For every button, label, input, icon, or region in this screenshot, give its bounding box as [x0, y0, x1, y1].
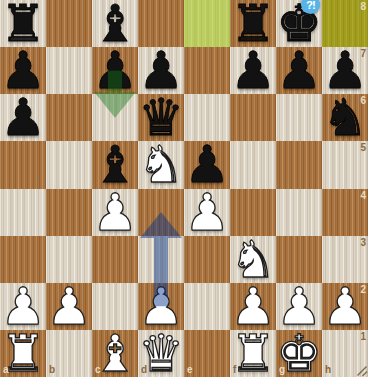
- coord-rank-4: 4: [360, 191, 366, 201]
- square-a5[interactable]: [0, 141, 46, 188]
- square-h7[interactable]: ♟7: [322, 47, 368, 94]
- square-f7[interactable]: ♟: [230, 47, 276, 94]
- square-c2[interactable]: [92, 283, 138, 330]
- square-g6[interactable]: [276, 94, 322, 141]
- square-g3[interactable]: [276, 236, 322, 283]
- piece-white-pawn[interactable]: ♟: [276, 283, 322, 330]
- square-h8[interactable]: 8: [322, 0, 368, 47]
- square-b2[interactable]: ♟: [46, 283, 92, 330]
- square-g7[interactable]: ♟: [276, 47, 322, 94]
- square-d3[interactable]: [138, 236, 184, 283]
- piece-black-knight[interactable]: ♞: [322, 94, 368, 141]
- square-f3[interactable]: ♞: [230, 236, 276, 283]
- square-g2[interactable]: ♟: [276, 283, 322, 330]
- piece-white-rook[interactable]: ♜: [0, 330, 46, 377]
- piece-black-pawn[interactable]: ♟: [184, 141, 230, 188]
- square-f8[interactable]: ♜: [230, 0, 276, 47]
- square-c7[interactable]: ♟: [92, 47, 138, 94]
- piece-black-pawn[interactable]: ♟: [322, 47, 368, 94]
- lastmove-highlight-e8: [184, 0, 230, 47]
- square-e5[interactable]: ♟: [184, 141, 230, 188]
- piece-white-knight[interactable]: ♞: [230, 236, 276, 283]
- square-a2[interactable]: ♟: [0, 283, 46, 330]
- piece-black-pawn[interactable]: ♟: [0, 47, 46, 94]
- square-d4[interactable]: [138, 189, 184, 236]
- square-b6[interactable]: [46, 94, 92, 141]
- square-d5[interactable]: ♞: [138, 141, 184, 188]
- coord-file-e: e: [187, 365, 193, 375]
- square-a7[interactable]: ♟: [0, 47, 46, 94]
- square-b1[interactable]: b: [46, 330, 92, 377]
- piece-black-pawn[interactable]: ♟: [276, 47, 322, 94]
- piece-white-rook[interactable]: ♜: [230, 330, 276, 377]
- square-c3[interactable]: [92, 236, 138, 283]
- square-d1[interactable]: ♛d: [138, 330, 184, 377]
- square-a6[interactable]: ♟: [0, 94, 46, 141]
- coord-file-b: b: [49, 365, 55, 375]
- square-d6[interactable]: ♛: [138, 94, 184, 141]
- square-h5[interactable]: 5: [322, 141, 368, 188]
- square-c5[interactable]: ♝: [92, 141, 138, 188]
- square-b3[interactable]: [46, 236, 92, 283]
- chess-board: ♜♝♜♚8♟♟♟♟♟♟7♟♛♞6♝♞♟5♟♟4♞3♟♟♟♟♟♟2♜ab♝c♛de…: [0, 0, 368, 377]
- piece-black-pawn[interactable]: ♟: [92, 47, 138, 94]
- square-f2[interactable]: ♟: [230, 283, 276, 330]
- piece-white-pawn[interactable]: ♟: [0, 283, 46, 330]
- square-d7[interactable]: ♟: [138, 47, 184, 94]
- piece-white-pawn[interactable]: ♟: [322, 283, 368, 330]
- lastmove-highlight-h8: [322, 0, 368, 47]
- square-c4[interactable]: ♟: [92, 189, 138, 236]
- square-c8[interactable]: ♝: [92, 0, 138, 47]
- square-e8[interactable]: [184, 0, 230, 47]
- piece-white-pawn[interactable]: ♟: [138, 283, 184, 330]
- piece-white-knight[interactable]: ♞: [138, 141, 184, 188]
- square-e1[interactable]: e: [184, 330, 230, 377]
- piece-white-queen[interactable]: ♛: [138, 330, 184, 377]
- piece-black-rook[interactable]: ♜: [230, 0, 276, 47]
- square-h3[interactable]: 3: [322, 236, 368, 283]
- square-c6[interactable]: [92, 94, 138, 141]
- square-a4[interactable]: [0, 189, 46, 236]
- square-h6[interactable]: ♞6: [322, 94, 368, 141]
- piece-white-pawn[interactable]: ♟: [46, 283, 92, 330]
- square-c1[interactable]: ♝c: [92, 330, 138, 377]
- coord-rank-3: 3: [360, 238, 366, 248]
- square-e3[interactable]: [184, 236, 230, 283]
- piece-black-pawn[interactable]: ♟: [230, 47, 276, 94]
- piece-white-bishop[interactable]: ♝: [92, 330, 138, 377]
- square-f4[interactable]: [230, 189, 276, 236]
- square-b8[interactable]: [46, 0, 92, 47]
- square-a8[interactable]: ♜: [0, 0, 46, 47]
- square-b5[interactable]: [46, 141, 92, 188]
- square-g1[interactable]: ♚g: [276, 330, 322, 377]
- square-e2[interactable]: [184, 283, 230, 330]
- square-f5[interactable]: [230, 141, 276, 188]
- square-g5[interactable]: [276, 141, 322, 188]
- square-d8[interactable]: [138, 0, 184, 47]
- square-a1[interactable]: ♜a: [0, 330, 46, 377]
- square-e4[interactable]: ♟: [184, 189, 230, 236]
- square-h4[interactable]: 4: [322, 189, 368, 236]
- square-e7[interactable]: [184, 47, 230, 94]
- piece-black-bishop[interactable]: ♝: [92, 0, 138, 47]
- piece-white-king[interactable]: ♚: [276, 330, 322, 377]
- piece-white-pawn[interactable]: ♟: [92, 189, 138, 236]
- coord-file-h: h: [325, 365, 331, 375]
- diagonal-resize-grip-icon[interactable]: [356, 365, 368, 377]
- piece-black-pawn[interactable]: ♟: [0, 94, 46, 141]
- piece-black-rook[interactable]: ♜: [0, 0, 46, 47]
- square-f6[interactable]: [230, 94, 276, 141]
- square-g4[interactable]: [276, 189, 322, 236]
- piece-black-pawn[interactable]: ♟: [138, 47, 184, 94]
- square-a3[interactable]: [0, 236, 46, 283]
- chess-board-panel: ♜♝♜♚8♟♟♟♟♟♟7♟♛♞6♝♞♟5♟♟4♞3♟♟♟♟♟♟2♜ab♝c♛de…: [0, 0, 368, 377]
- square-h2[interactable]: ♟2: [322, 283, 368, 330]
- piece-black-queen[interactable]: ♛: [138, 94, 184, 141]
- piece-white-pawn[interactable]: ♟: [184, 189, 230, 236]
- square-d2[interactable]: ♟: [138, 283, 184, 330]
- square-b7[interactable]: [46, 47, 92, 94]
- square-b4[interactable]: [46, 189, 92, 236]
- square-e6[interactable]: [184, 94, 230, 141]
- piece-black-bishop[interactable]: ♝: [92, 141, 138, 188]
- piece-white-pawn[interactable]: ♟: [230, 283, 276, 330]
- square-f1[interactable]: ♜f: [230, 330, 276, 377]
